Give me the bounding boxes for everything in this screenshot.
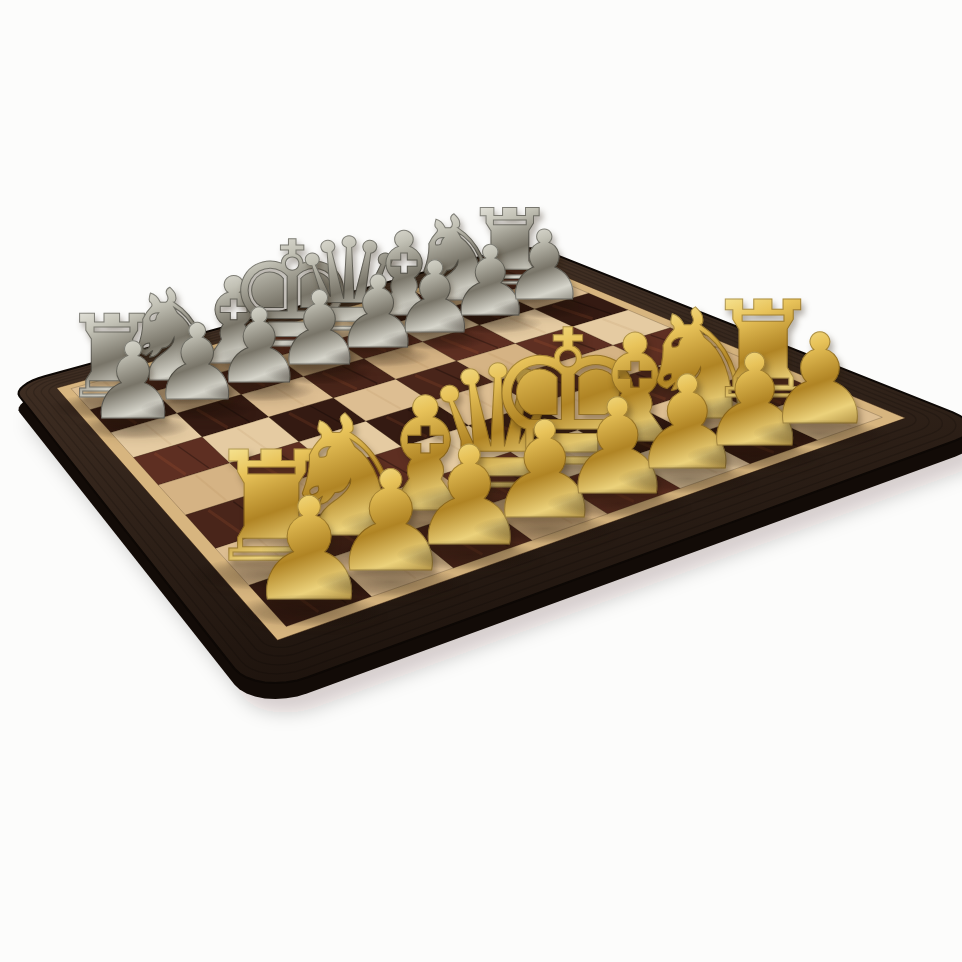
piece-white-pawn-h1[interactable]: ♟ (764, 317, 876, 442)
chess-set-product-photo: ♜♞♝♚♛♝♞♜♟♟♟♟♟♟♟♟♜♞♝♛♚♝♞♜♟♟♟♟♟♟♟♟ (0, 0, 962, 962)
pieces-layer: ♜♞♝♚♛♝♞♜♟♟♟♟♟♟♟♟♜♞♝♛♚♝♞♜♟♟♟♟♟♟♟♟ (0, 0, 962, 962)
piece-base-shadow (753, 419, 886, 447)
